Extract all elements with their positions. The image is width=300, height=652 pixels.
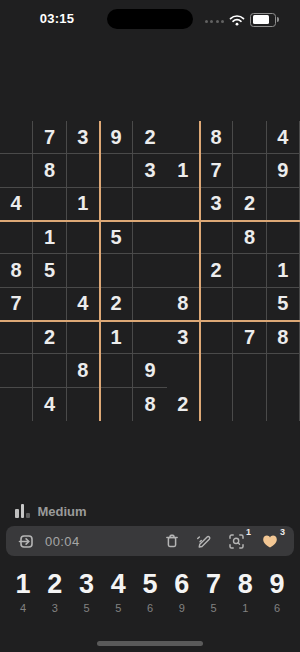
sudoku-cell-r2c2[interactable]: 8	[33, 154, 66, 187]
sudoku-cell-r5c6[interactable]	[167, 254, 200, 287]
box-divider-vertical-2	[199, 121, 201, 421]
sudoku-cell-r3c1[interactable]: 4	[0, 188, 33, 221]
sudoku-cell-r2c8[interactable]	[233, 154, 266, 187]
sudoku-cell-r7c2[interactable]: 2	[33, 321, 66, 354]
lives-count-badge: 3	[280, 527, 285, 537]
sudoku-cell-r7c1[interactable]	[0, 321, 33, 354]
sudoku-cell-r1c3[interactable]: 3	[67, 121, 100, 154]
sudoku-cell-r1c6[interactable]	[167, 121, 200, 154]
numpad-digit: 6	[174, 569, 189, 599]
numpad-remaining-count: 6	[147, 602, 153, 614]
sudoku-cell-r9c8[interactable]	[233, 388, 266, 421]
sudoku-cell-r3c2[interactable]	[33, 188, 66, 221]
sudoku-cell-r5c3[interactable]	[67, 254, 100, 287]
sudoku-cell-r8c7[interactable]	[200, 354, 233, 387]
sudoku-cell-r7c5[interactable]	[133, 321, 166, 354]
numpad-remaining-count: 5	[210, 602, 216, 614]
status-time: 03:15	[32, 11, 82, 26]
numpad-remaining-count: 3	[52, 602, 58, 614]
home-indicator[interactable]	[97, 641, 203, 646]
numpad-digit: 1	[15, 569, 30, 599]
sudoku-cell-r7c8[interactable]: 7	[233, 321, 266, 354]
numpad-button-7[interactable]: 75	[201, 569, 227, 614]
sudoku-cell-r6c6[interactable]: 8	[167, 288, 200, 321]
sudoku-cell-r7c6[interactable]: 3	[167, 321, 200, 354]
difficulty-bars-icon	[15, 504, 30, 518]
box-divider-horizontal-2	[0, 320, 300, 322]
exit-button[interactable]	[18, 533, 35, 550]
numpad-digit: 8	[238, 569, 253, 599]
sudoku-cell-r3c4[interactable]	[100, 188, 133, 221]
hint-count-badge: 1	[246, 527, 251, 537]
sudoku-cell-r8c9[interactable]	[267, 354, 300, 387]
sudoku-app-screen: 03:15 7392848317941321588521742852137889…	[0, 0, 300, 652]
sudoku-cell-r6c3[interactable]: 4	[67, 288, 100, 321]
sudoku-cell-r6c2[interactable]	[33, 288, 66, 321]
sudoku-cell-r9c2[interactable]: 4	[33, 388, 66, 421]
scan-hint-icon	[228, 533, 245, 550]
sudoku-cell-r8c8[interactable]	[233, 354, 266, 387]
sudoku-cell-r2c7[interactable]: 7	[200, 154, 233, 187]
numpad-button-2[interactable]: 23	[42, 569, 68, 614]
sudoku-cell-r1c8[interactable]	[233, 121, 266, 154]
sudoku-cell-r9c1[interactable]	[0, 388, 33, 421]
sudoku-cell-r2c9[interactable]: 9	[267, 154, 300, 187]
sudoku-cell-r4c5[interactable]	[133, 221, 166, 254]
numpad-button-8[interactable]: 81	[232, 569, 258, 614]
box-divider-horizontal-1	[0, 220, 300, 222]
sudoku-cell-r2c5[interactable]: 3	[133, 154, 166, 187]
sudoku-cell-r6c8[interactable]	[233, 288, 266, 321]
sudoku-cell-r8c1[interactable]	[0, 354, 33, 387]
numpad-button-1[interactable]: 14	[10, 569, 36, 614]
numpad-button-6[interactable]: 69	[169, 569, 195, 614]
sudoku-cell-r1c1[interactable]	[0, 121, 33, 154]
box-divider-vertical-1	[99, 121, 101, 421]
difficulty-label: Medium	[38, 504, 87, 519]
status-bar: 03:15	[0, 0, 300, 44]
sudoku-cell-r1c5[interactable]: 2	[133, 121, 166, 154]
sudoku-cell-r6c5[interactable]	[133, 288, 166, 321]
sudoku-cell-r4c8[interactable]: 8	[233, 221, 266, 254]
numpad-digit: 4	[111, 569, 126, 599]
sudoku-cell-r4c2[interactable]: 1	[33, 221, 66, 254]
enter-arrow-icon	[18, 533, 35, 550]
sudoku-cell-r6c1[interactable]: 7	[0, 288, 33, 321]
lives-button[interactable]: 3	[261, 533, 279, 549]
battery-icon	[250, 13, 276, 27]
sudoku-cell-r8c2[interactable]	[33, 354, 66, 387]
sudoku-cell-r4c3[interactable]	[67, 221, 100, 254]
numpad-button-9[interactable]: 96	[264, 569, 290, 614]
sudoku-cell-r7c7[interactable]	[200, 321, 233, 354]
sudoku-board: 7392848317941321588521742852137889482	[0, 121, 300, 421]
number-pad: 142335455669758196	[10, 569, 290, 614]
sudoku-cell-r9c4[interactable]	[100, 388, 133, 421]
sudoku-cell-r2c1[interactable]	[0, 154, 33, 187]
sudoku-cell-r5c4[interactable]	[100, 254, 133, 287]
sudoku-cell-r4c4[interactable]: 5	[100, 221, 133, 254]
sudoku-cell-r6c4[interactable]: 2	[100, 288, 133, 321]
sudoku-cell-r3c5[interactable]	[133, 188, 166, 221]
pencil-icon	[196, 533, 212, 549]
status-icons	[205, 13, 277, 26]
sudoku-cell-r8c4[interactable]	[100, 354, 133, 387]
heart-icon	[261, 533, 279, 549]
sudoku-cell-r5c1[interactable]: 8	[0, 254, 33, 287]
sudoku-cell-r3c3[interactable]: 1	[67, 188, 100, 221]
sudoku-cell-r1c2[interactable]: 7	[33, 121, 66, 154]
numpad-digit: 3	[79, 569, 94, 599]
erase-button[interactable]	[164, 533, 180, 549]
sudoku-cell-r8c5[interactable]: 9	[133, 354, 166, 387]
sudoku-cell-r8c6[interactable]	[167, 354, 200, 387]
sudoku-cell-r5c9[interactable]: 1	[267, 254, 300, 287]
numpad-remaining-count: 5	[115, 602, 121, 614]
wifi-icon	[229, 14, 245, 26]
numpad-remaining-count: 1	[242, 602, 248, 614]
numpad-digit: 2	[47, 569, 62, 599]
sudoku-cell-r1c4[interactable]: 9	[100, 121, 133, 154]
numpad-button-4[interactable]: 45	[105, 569, 131, 614]
numpad-remaining-count: 5	[83, 602, 89, 614]
sudoku-cell-r9c5[interactable]: 8	[133, 388, 166, 421]
numpad-button-5[interactable]: 56	[137, 569, 163, 614]
sudoku-cell-r6c7[interactable]	[200, 288, 233, 321]
sudoku-cell-r3c7[interactable]: 3	[200, 188, 233, 221]
sudoku-cell-r1c9[interactable]: 4	[267, 121, 300, 154]
sudoku-cell-r7c3[interactable]	[67, 321, 100, 354]
sudoku-cell-r4c6[interactable]	[167, 221, 200, 254]
sudoku-cell-r7c4[interactable]: 1	[100, 321, 133, 354]
difficulty-row: Medium	[15, 502, 87, 520]
cellular-signal-icon	[205, 20, 225, 23]
game-toolbar: 00:04	[6, 526, 294, 556]
numpad-digit: 9	[269, 569, 284, 599]
sudoku-cell-r6c9[interactable]: 5	[267, 288, 300, 321]
sudoku-cell-r9c9[interactable]	[267, 388, 300, 421]
sudoku-cell-r2c6[interactable]: 1	[167, 154, 200, 187]
sudoku-cell-r2c3[interactable]	[67, 154, 100, 187]
hint-button[interactable]: 1	[228, 533, 245, 550]
sudoku-cell-r7c9[interactable]: 8	[267, 321, 300, 354]
dynamic-island	[107, 9, 193, 29]
sudoku-cell-r5c5[interactable]	[133, 254, 166, 287]
trash-icon	[164, 533, 180, 549]
numpad-digit: 5	[142, 569, 157, 599]
game-timer: 00:04	[45, 534, 80, 549]
sudoku-cell-r8c3[interactable]: 8	[67, 354, 100, 387]
sudoku-cell-r1c7[interactable]: 8	[200, 121, 233, 154]
sudoku-cell-r3c6[interactable]	[167, 188, 200, 221]
numpad-digit: 7	[206, 569, 221, 599]
sudoku-cell-r4c1[interactable]	[0, 221, 33, 254]
sudoku-cell-r4c9[interactable]	[267, 221, 300, 254]
sudoku-cell-r3c9[interactable]	[267, 188, 300, 221]
sudoku-cell-r5c7[interactable]: 2	[200, 254, 233, 287]
numpad-remaining-count: 6	[274, 602, 280, 614]
numpad-remaining-count: 4	[20, 602, 26, 614]
numpad-remaining-count: 9	[179, 602, 185, 614]
notes-button[interactable]	[196, 533, 212, 549]
sudoku-cell-r3c8[interactable]: 2	[233, 188, 266, 221]
sudoku-cell-r9c3[interactable]	[67, 388, 100, 421]
sudoku-cell-r4c7[interactable]	[200, 221, 233, 254]
numpad-button-3[interactable]: 35	[74, 569, 100, 614]
sudoku-cell-r5c8[interactable]	[233, 254, 266, 287]
sudoku-cell-r2c4[interactable]	[100, 154, 133, 187]
sudoku-cell-r9c6[interactable]: 2	[167, 388, 200, 421]
sudoku-cell-r5c2[interactable]: 5	[33, 254, 66, 287]
sudoku-cell-r9c7[interactable]	[200, 388, 233, 421]
